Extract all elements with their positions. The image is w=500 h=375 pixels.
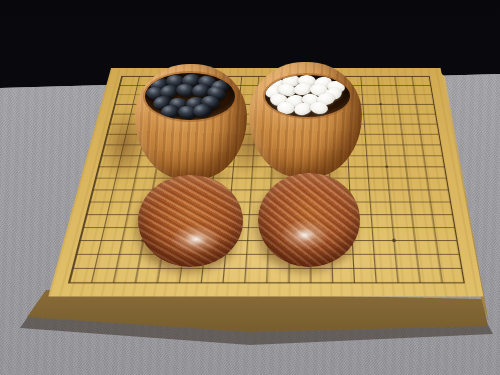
white-stone	[277, 101, 296, 115]
go-set-photo: Overhead photo of a wooden table goban w…	[0, 0, 500, 375]
star-point	[392, 239, 396, 242]
bowl-opening	[265, 75, 350, 117]
white-bowl-lid	[258, 173, 360, 267]
bowl-opening	[145, 73, 235, 120]
star-point	[379, 103, 382, 105]
black-stone-bowl	[135, 64, 247, 180]
black-bowl-lid	[138, 175, 243, 267]
star-point	[385, 165, 389, 167]
white-stone-bowl	[249, 62, 362, 178]
